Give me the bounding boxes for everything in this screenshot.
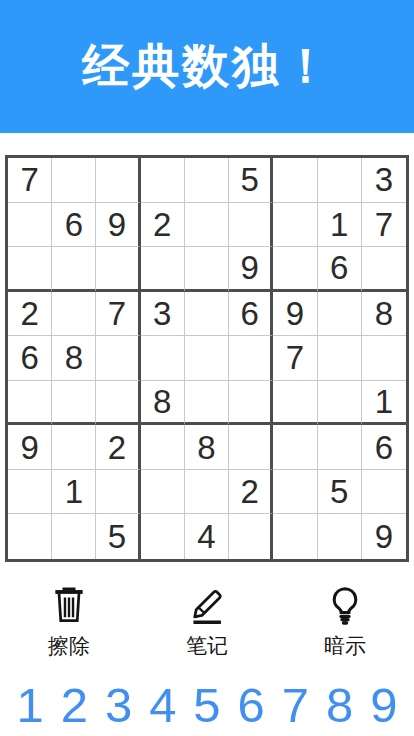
- sudoku-cell[interactable]: [273, 514, 317, 559]
- sudoku-cell[interactable]: [141, 336, 185, 381]
- sudoku-cell[interactable]: [229, 381, 273, 426]
- sudoku-cell[interactable]: 6: [229, 292, 273, 337]
- sudoku-cell[interactable]: 8: [141, 381, 185, 426]
- sudoku-cell[interactable]: [185, 158, 229, 203]
- sudoku-cell[interactable]: 9: [96, 203, 140, 248]
- sudoku-cell[interactable]: 5: [318, 470, 362, 515]
- sudoku-cell[interactable]: [362, 470, 406, 515]
- sudoku-cell[interactable]: [229, 203, 273, 248]
- sudoku-cell[interactable]: [229, 425, 273, 470]
- numpad-digit-9[interactable]: 9: [362, 674, 406, 736]
- sudoku-cell[interactable]: 2: [229, 470, 273, 515]
- numpad-digit-8[interactable]: 8: [318, 674, 362, 736]
- board-container: 7536921796273698687819286125549: [5, 155, 409, 562]
- sudoku-cell[interactable]: 9: [8, 425, 52, 470]
- sudoku-cell[interactable]: [273, 203, 317, 248]
- sudoku-cell[interactable]: 1: [52, 470, 96, 515]
- sudoku-cell[interactable]: 6: [52, 203, 96, 248]
- lightbulb-icon: [323, 582, 367, 628]
- sudoku-cell[interactable]: 8: [52, 336, 96, 381]
- sudoku-cell[interactable]: [8, 470, 52, 515]
- sudoku-cell[interactable]: [52, 247, 96, 292]
- sudoku-cell[interactable]: [318, 425, 362, 470]
- sudoku-cell[interactable]: 7: [362, 203, 406, 248]
- sudoku-cell[interactable]: [185, 381, 229, 426]
- erase-label: 擦除: [48, 632, 90, 660]
- sudoku-cell[interactable]: [273, 381, 317, 426]
- sudoku-cell[interactable]: [318, 158, 362, 203]
- erase-button[interactable]: 擦除: [0, 582, 138, 660]
- number-pad: 123456789: [0, 674, 414, 736]
- sudoku-cell[interactable]: [273, 425, 317, 470]
- sudoku-cell[interactable]: 7: [8, 158, 52, 203]
- sudoku-cell[interactable]: 2: [8, 292, 52, 337]
- sudoku-cell[interactable]: [318, 336, 362, 381]
- numpad-digit-5[interactable]: 5: [185, 674, 229, 736]
- pencil-icon: [185, 582, 229, 628]
- sudoku-cell[interactable]: [318, 514, 362, 559]
- sudoku-cell[interactable]: [185, 247, 229, 292]
- sudoku-cell[interactable]: 7: [273, 336, 317, 381]
- sudoku-cell[interactable]: 1: [362, 381, 406, 426]
- trash-icon: [47, 582, 91, 628]
- sudoku-cell[interactable]: 6: [318, 247, 362, 292]
- sudoku-cell[interactable]: [52, 425, 96, 470]
- sudoku-cell[interactable]: 2: [141, 203, 185, 248]
- sudoku-cell[interactable]: [273, 247, 317, 292]
- numpad-digit-2[interactable]: 2: [52, 674, 96, 736]
- sudoku-cell[interactable]: 5: [96, 514, 140, 559]
- sudoku-cell[interactable]: [8, 203, 52, 248]
- sudoku-cell[interactable]: [52, 292, 96, 337]
- sudoku-cell[interactable]: 9: [229, 247, 273, 292]
- sudoku-cell[interactable]: [96, 158, 140, 203]
- title-banner: 经典数独！: [0, 0, 414, 133]
- sudoku-cell[interactable]: [141, 470, 185, 515]
- sudoku-cell[interactable]: 6: [8, 336, 52, 381]
- sudoku-cell[interactable]: [96, 336, 140, 381]
- sudoku-cell[interactable]: 3: [141, 292, 185, 337]
- sudoku-cell[interactable]: [96, 470, 140, 515]
- app-title: 经典数独！: [82, 35, 332, 98]
- sudoku-cell[interactable]: [318, 292, 362, 337]
- sudoku-cell[interactable]: 8: [185, 425, 229, 470]
- sudoku-cell[interactable]: 5: [229, 158, 273, 203]
- sudoku-cell[interactable]: [141, 425, 185, 470]
- sudoku-cell[interactable]: [8, 514, 52, 559]
- sudoku-cell[interactable]: [141, 158, 185, 203]
- numpad-digit-1[interactable]: 1: [8, 674, 52, 736]
- sudoku-cell[interactable]: 3: [362, 158, 406, 203]
- sudoku-cell[interactable]: [273, 158, 317, 203]
- sudoku-cell[interactable]: [318, 381, 362, 426]
- sudoku-cell[interactable]: [52, 381, 96, 426]
- notes-button[interactable]: 笔记: [138, 582, 276, 660]
- sudoku-cell[interactable]: [362, 336, 406, 381]
- sudoku-cell[interactable]: 1: [318, 203, 362, 248]
- sudoku-cell[interactable]: [273, 470, 317, 515]
- sudoku-app: 经典数独！ 7536921796273698687819286125549 擦除: [0, 0, 414, 736]
- sudoku-cell[interactable]: [141, 514, 185, 559]
- sudoku-cell[interactable]: [185, 470, 229, 515]
- sudoku-cell[interactable]: [362, 247, 406, 292]
- sudoku-cell[interactable]: [8, 381, 52, 426]
- sudoku-cell[interactable]: [185, 203, 229, 248]
- sudoku-cell[interactable]: 4: [185, 514, 229, 559]
- sudoku-cell[interactable]: [96, 381, 140, 426]
- sudoku-cell[interactable]: [185, 336, 229, 381]
- sudoku-cell[interactable]: [229, 336, 273, 381]
- sudoku-cell[interactable]: 9: [273, 292, 317, 337]
- sudoku-cell[interactable]: [229, 514, 273, 559]
- sudoku-cell[interactable]: [141, 247, 185, 292]
- hint-button[interactable]: 暗示: [276, 582, 414, 660]
- sudoku-cell[interactable]: 6: [362, 425, 406, 470]
- numpad-digit-6[interactable]: 6: [229, 674, 273, 736]
- numpad-digit-3[interactable]: 3: [96, 674, 140, 736]
- notes-label: 笔记: [186, 632, 228, 660]
- toolbar: 擦除 笔记 暗示: [0, 582, 414, 660]
- sudoku-cell[interactable]: [185, 292, 229, 337]
- numpad-digit-4[interactable]: 4: [141, 674, 185, 736]
- hint-label: 暗示: [324, 632, 366, 660]
- sudoku-cell[interactable]: 7: [96, 292, 140, 337]
- numpad-digit-7[interactable]: 7: [273, 674, 317, 736]
- sudoku-cell[interactable]: 9: [362, 514, 406, 559]
- sudoku-board: 7536921796273698687819286125549: [5, 155, 409, 562]
- sudoku-cell[interactable]: [52, 514, 96, 559]
- sudoku-cell[interactable]: 2: [96, 425, 140, 470]
- sudoku-cell[interactable]: [8, 247, 52, 292]
- sudoku-cell[interactable]: [52, 158, 96, 203]
- sudoku-cell[interactable]: 8: [362, 292, 406, 337]
- sudoku-cell[interactable]: [96, 247, 140, 292]
